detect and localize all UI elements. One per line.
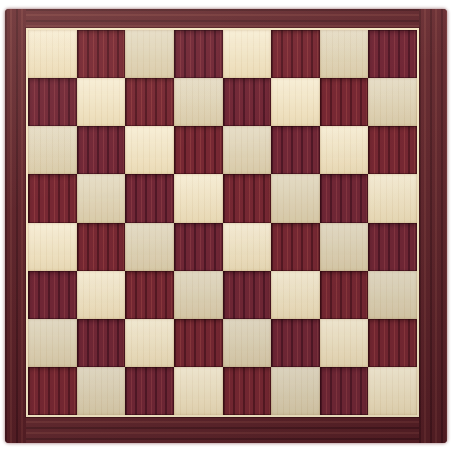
- square-c1[interactable]: [125, 367, 174, 415]
- square-g3[interactable]: [320, 271, 369, 319]
- square-g4[interactable]: [320, 223, 369, 271]
- square-b4[interactable]: [77, 223, 126, 271]
- square-g7[interactable]: [320, 78, 369, 126]
- square-h1[interactable]: [368, 367, 417, 415]
- square-b6[interactable]: [77, 126, 126, 174]
- square-f1[interactable]: [271, 367, 320, 415]
- square-g5[interactable]: [320, 174, 369, 222]
- square-a6[interactable]: [28, 126, 77, 174]
- square-d2[interactable]: [174, 319, 223, 367]
- board-frame-left: [5, 9, 26, 443]
- square-e3[interactable]: [223, 271, 272, 319]
- square-h5[interactable]: [368, 174, 417, 222]
- square-f3[interactable]: [271, 271, 320, 319]
- square-e2[interactable]: [223, 319, 272, 367]
- square-b5[interactable]: [77, 174, 126, 222]
- chess-board: [5, 9, 447, 443]
- square-c2[interactable]: [125, 319, 174, 367]
- square-d8[interactable]: [174, 30, 223, 78]
- square-f8[interactable]: [271, 30, 320, 78]
- square-h8[interactable]: [368, 30, 417, 78]
- square-h2[interactable]: [368, 319, 417, 367]
- square-a2[interactable]: [28, 319, 77, 367]
- square-h3[interactable]: [368, 271, 417, 319]
- square-h4[interactable]: [368, 223, 417, 271]
- square-c3[interactable]: [125, 271, 174, 319]
- square-b7[interactable]: [77, 78, 126, 126]
- square-e1[interactable]: [223, 367, 272, 415]
- square-c8[interactable]: [125, 30, 174, 78]
- square-f5[interactable]: [271, 174, 320, 222]
- square-d1[interactable]: [174, 367, 223, 415]
- page-background: [0, 0, 452, 452]
- square-g2[interactable]: [320, 319, 369, 367]
- square-d7[interactable]: [174, 78, 223, 126]
- square-h7[interactable]: [368, 78, 417, 126]
- square-f2[interactable]: [271, 319, 320, 367]
- square-e4[interactable]: [223, 223, 272, 271]
- square-f6[interactable]: [271, 126, 320, 174]
- square-d5[interactable]: [174, 174, 223, 222]
- square-g8[interactable]: [320, 30, 369, 78]
- square-c7[interactable]: [125, 78, 174, 126]
- square-d6[interactable]: [174, 126, 223, 174]
- square-e7[interactable]: [223, 78, 272, 126]
- square-e5[interactable]: [223, 174, 272, 222]
- square-e6[interactable]: [223, 126, 272, 174]
- square-f7[interactable]: [271, 78, 320, 126]
- square-a7[interactable]: [28, 78, 77, 126]
- square-b1[interactable]: [77, 367, 126, 415]
- square-a3[interactable]: [28, 271, 77, 319]
- square-d4[interactable]: [174, 223, 223, 271]
- square-b8[interactable]: [77, 30, 126, 78]
- square-b3[interactable]: [77, 271, 126, 319]
- square-c6[interactable]: [125, 126, 174, 174]
- square-h6[interactable]: [368, 126, 417, 174]
- square-a1[interactable]: [28, 367, 77, 415]
- square-g1[interactable]: [320, 367, 369, 415]
- board-pinline: [26, 28, 419, 417]
- square-b2[interactable]: [77, 319, 126, 367]
- board-grid: [28, 30, 417, 415]
- square-c5[interactable]: [125, 174, 174, 222]
- square-a4[interactable]: [28, 223, 77, 271]
- square-f4[interactable]: [271, 223, 320, 271]
- square-a5[interactable]: [28, 174, 77, 222]
- square-a8[interactable]: [28, 30, 77, 78]
- square-c4[interactable]: [125, 223, 174, 271]
- square-d3[interactable]: [174, 271, 223, 319]
- board-frame-right: [419, 9, 447, 443]
- square-g6[interactable]: [320, 126, 369, 174]
- square-e8[interactable]: [223, 30, 272, 78]
